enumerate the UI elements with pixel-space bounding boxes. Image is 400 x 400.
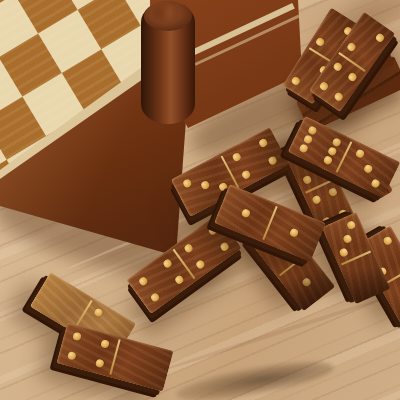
brass-pip [162, 258, 173, 269]
brass-pip [241, 208, 251, 218]
brass-pip [382, 235, 393, 246]
brass-pip [302, 134, 313, 145]
brass-pip [375, 32, 386, 43]
brass-pip [195, 259, 206, 270]
brass-pip [207, 225, 218, 236]
brass-pip [257, 138, 268, 149]
brass-pip [219, 242, 230, 253]
brass-pip [289, 228, 299, 238]
brass-pip [67, 351, 77, 361]
brass-pip [332, 61, 343, 72]
brass-pip [302, 175, 313, 186]
brass-pip [183, 242, 194, 253]
brass-pip [327, 146, 338, 157]
box-corner-post [141, 2, 195, 124]
brass-pip [298, 143, 309, 154]
brass-pip [333, 92, 344, 103]
brass-pip [371, 178, 382, 189]
grain-streak [156, 290, 400, 374]
brass-pip [338, 247, 349, 258]
brass-pip [342, 234, 353, 245]
brass-pip [182, 178, 193, 189]
brass-pip [200, 180, 211, 191]
brass-pip [93, 307, 104, 318]
brass-pip [323, 155, 334, 166]
brass-pip [72, 332, 82, 342]
brass-pip [241, 169, 252, 180]
brass-pip [328, 187, 339, 198]
domino-table-photo [0, 0, 400, 400]
brass-pip [346, 42, 357, 53]
brass-pip [346, 220, 357, 231]
brass-pip [95, 358, 105, 368]
brass-pip [267, 156, 278, 167]
brass-pip [362, 163, 373, 174]
brass-pip [354, 149, 365, 160]
brass-pip [311, 195, 322, 206]
brass-pip [318, 81, 329, 92]
brass-pip [138, 275, 149, 286]
brass-pip [173, 274, 184, 285]
brass-pip [150, 292, 161, 303]
brass-pip [100, 339, 110, 349]
brass-pip [232, 151, 243, 162]
brass-pip [315, 37, 326, 48]
maple-inlay-stripe [191, 3, 295, 56]
wood-knot [174, 354, 336, 400]
brass-pip [291, 76, 302, 87]
brass-pip [347, 71, 358, 82]
brass-pip [301, 276, 312, 287]
